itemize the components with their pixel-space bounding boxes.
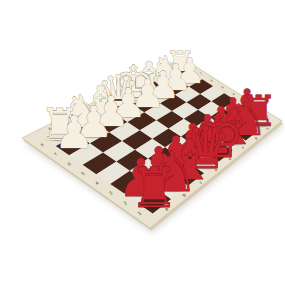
piece-red-rook-a1[interactable]: ♜ (130, 156, 180, 220)
piece-cream-pawn-a7[interactable]: ♟ (54, 106, 94, 159)
chessboard: aabbccddeeffgghh1122334455667788♜♞♟♟♝♟♚♟… (0, 0, 285, 285)
chess-set-photo: aabbccddeeffgghh1122334455667788♜♞♟♟♝♟♚♟… (0, 0, 285, 285)
